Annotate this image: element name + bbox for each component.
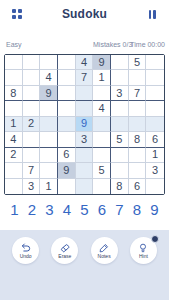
cell-r5c6[interactable] — [93, 117, 111, 132]
cell-r3c6[interactable] — [93, 86, 111, 101]
hint-label: Hint — [139, 254, 148, 259]
cell-r1c8[interactable]: 5 — [129, 55, 147, 70]
cell-r5c1[interactable]: 1 — [5, 117, 23, 132]
undo-button[interactable]: Undo — [12, 237, 39, 264]
cell-r6c3[interactable] — [40, 132, 58, 147]
cell-r4c1[interactable] — [5, 101, 23, 116]
numpad-6[interactable]: 6 — [95, 201, 110, 218]
lightbulb-icon — [138, 243, 148, 253]
numpad-2[interactable]: 2 — [25, 201, 40, 218]
menu-button[interactable] — [0, 9, 34, 19]
hint-button[interactable]: Hint — [130, 237, 157, 264]
cell-r9c2[interactable]: 3 — [23, 179, 41, 194]
numpad-8[interactable]: 8 — [130, 201, 145, 218]
pause-icon — [149, 10, 156, 19]
cell-r6c6[interactable] — [93, 132, 111, 147]
cell-r9c4[interactable] — [58, 179, 76, 194]
number-pad: 123456789 — [0, 198, 169, 220]
cell-r9c5[interactable] — [76, 179, 94, 194]
cell-r2c4[interactable] — [58, 70, 76, 85]
erase-label: Erase — [58, 254, 71, 259]
cell-r7c6[interactable] — [93, 148, 111, 163]
cell-r3c3[interactable]: 9 — [40, 86, 58, 101]
numpad-7[interactable]: 7 — [112, 201, 127, 218]
cell-r2c2[interactable] — [23, 70, 41, 85]
hint-badge — [151, 235, 159, 243]
cell-r6c7[interactable]: 5 — [111, 132, 129, 147]
cell-r1c5[interactable]: 4 — [76, 55, 94, 70]
cell-r5c7[interactable] — [111, 117, 129, 132]
cell-r1c2[interactable] — [23, 55, 41, 70]
cell-r4c5[interactable] — [76, 101, 94, 116]
cell-r9c8[interactable]: 6 — [129, 179, 147, 194]
undo-icon — [21, 243, 31, 253]
cell-r9c7[interactable]: 8 — [111, 179, 129, 194]
cell-r8c9[interactable]: 3 — [146, 163, 164, 178]
cell-r9c6[interactable] — [93, 179, 111, 194]
cell-r8c6[interactable]: 5 — [93, 163, 111, 178]
cell-r6c5[interactable]: 3 — [76, 132, 94, 147]
sudoku-app: Sudoku Easy Mistakes 0/3 Time 00:00 4954… — [0, 0, 169, 300]
grid-menu-icon — [12, 9, 22, 19]
cell-r5c4[interactable] — [58, 117, 76, 132]
cell-r9c3[interactable]: 1 — [40, 179, 58, 194]
numpad-4[interactable]: 4 — [60, 201, 75, 218]
cell-r3c9[interactable] — [146, 86, 164, 101]
cell-r1c6[interactable]: 9 — [93, 55, 111, 70]
cell-r4c6[interactable]: 4 — [93, 101, 111, 116]
cell-r9c9[interactable] — [146, 179, 164, 194]
cell-r7c8[interactable] — [129, 148, 147, 163]
cell-r2c3[interactable]: 4 — [40, 70, 58, 85]
cell-r1c1[interactable] — [5, 55, 23, 70]
cell-r5c8[interactable] — [129, 117, 147, 132]
cell-r7c9[interactable]: 1 — [146, 148, 164, 163]
sudoku-board: 495471893741294358626179533186 — [4, 54, 165, 195]
pause-button[interactable] — [135, 10, 169, 19]
cell-r7c4[interactable]: 6 — [58, 148, 76, 163]
cell-r3c5[interactable] — [76, 86, 94, 101]
bottom-panel: Undo Erase Notes — [0, 230, 169, 300]
cell-r6c8[interactable]: 8 — [129, 132, 147, 147]
cell-r5c2[interactable]: 2 — [23, 117, 41, 132]
cell-r4c4[interactable] — [58, 101, 76, 116]
cell-r9c1[interactable] — [5, 179, 23, 194]
cell-r6c1[interactable]: 4 — [5, 132, 23, 147]
cell-r2c7[interactable] — [111, 70, 129, 85]
cell-r5c9[interactable] — [146, 117, 164, 132]
cell-r2c5[interactable]: 7 — [76, 70, 94, 85]
cell-r4c9[interactable] — [146, 101, 164, 116]
cell-r8c4[interactable]: 9 — [58, 163, 76, 178]
cell-r3c8[interactable]: 7 — [129, 86, 147, 101]
page-title: Sudoku — [34, 7, 135, 21]
cell-r7c5[interactable] — [76, 148, 94, 163]
cell-r7c2[interactable] — [23, 148, 41, 163]
pencil-icon — [99, 243, 109, 253]
cell-r8c2[interactable]: 7 — [23, 163, 41, 178]
cell-r1c9[interactable] — [146, 55, 164, 70]
cell-r3c2[interactable] — [23, 86, 41, 101]
difficulty-label: Easy — [6, 41, 22, 48]
cell-r8c5[interactable] — [76, 163, 94, 178]
stats-bar: Easy Mistakes 0/3 Time 00:00 — [0, 40, 169, 51]
cell-r5c5[interactable]: 9 — [76, 117, 94, 132]
cell-r7c3[interactable] — [40, 148, 58, 163]
notes-label: Notes — [98, 254, 111, 259]
cell-r2c6[interactable]: 1 — [93, 70, 111, 85]
cell-r1c7[interactable] — [111, 55, 129, 70]
cell-r8c3[interactable] — [40, 163, 58, 178]
numpad-1[interactable]: 1 — [7, 201, 22, 218]
cell-r4c2[interactable] — [23, 101, 41, 116]
time-label: Time 00:00 — [130, 41, 165, 48]
cell-r7c1[interactable]: 2 — [5, 148, 23, 163]
toolbar: Undo Erase Notes — [0, 230, 169, 264]
eraser-icon — [60, 243, 70, 253]
cell-r1c3[interactable] — [40, 55, 58, 70]
notes-button[interactable]: Notes — [91, 237, 118, 264]
cell-r6c9[interactable]: 6 — [146, 132, 164, 147]
cell-r8c7[interactable] — [111, 163, 129, 178]
cell-r2c1[interactable] — [5, 70, 23, 85]
cell-r7c7[interactable] — [111, 148, 129, 163]
numpad-9[interactable]: 9 — [147, 201, 162, 218]
cell-r3c4[interactable] — [58, 86, 76, 101]
cell-r8c8[interactable] — [129, 163, 147, 178]
erase-button[interactable]: Erase — [51, 237, 78, 264]
cell-r5c3[interactable] — [40, 117, 58, 132]
cell-r2c8[interactable] — [129, 70, 147, 85]
cell-r8c1[interactable] — [5, 163, 23, 178]
cell-r2c9[interactable] — [146, 70, 164, 85]
cell-r4c3[interactable] — [40, 101, 58, 116]
numpad-5[interactable]: 5 — [77, 201, 92, 218]
header: Sudoku — [0, 0, 169, 28]
cell-r6c4[interactable] — [58, 132, 76, 147]
cell-r3c1[interactable]: 8 — [5, 86, 23, 101]
cell-r4c7[interactable] — [111, 101, 129, 116]
cell-r6c2[interactable] — [23, 132, 41, 147]
mistakes-label: Mistakes 0/3 — [93, 41, 132, 48]
cell-r3c7[interactable]: 3 — [111, 86, 129, 101]
undo-label: Undo — [20, 254, 32, 259]
cell-r4c8[interactable] — [129, 101, 147, 116]
numpad-3[interactable]: 3 — [42, 201, 57, 218]
cell-r1c4[interactable] — [58, 55, 76, 70]
